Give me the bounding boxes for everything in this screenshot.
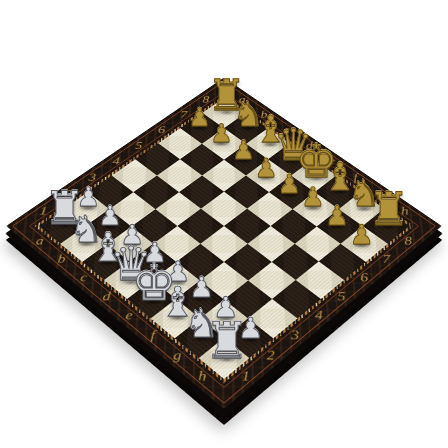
rank-label-2-right: 2 bbox=[267, 348, 276, 363]
file-label-b-bottom: b bbox=[57, 253, 66, 266]
rank-label-7-right: 7 bbox=[382, 253, 391, 266]
file-label-g-bottom: g bbox=[173, 348, 182, 363]
piece-black-pawn-d7[interactable]: ♟ bbox=[254, 154, 277, 180]
rank-label-7-left: 7 bbox=[180, 109, 187, 120]
rank-label-5-right: 5 bbox=[337, 290, 346, 304]
rank-label-1-right: 1 bbox=[242, 369, 250, 384]
piece-black-pawn-e7[interactable]: ♟ bbox=[277, 171, 301, 197]
piece-black-pawn-c7[interactable]: ♟ bbox=[232, 138, 255, 164]
piece-black-pawn-f7[interactable]: ♟ bbox=[301, 185, 325, 212]
piece-black-pawn-g7[interactable]: ♟ bbox=[325, 202, 349, 229]
piece-black-rook-h8[interactable]: ♜ bbox=[368, 187, 410, 233]
rank-label-5-left: 5 bbox=[135, 140, 143, 152]
file-label-c-bottom: c bbox=[80, 271, 88, 285]
rank-label-4-left: 4 bbox=[112, 156, 120, 168]
rank-label-3-right: 3 bbox=[291, 328, 300, 343]
rank-label-6-left: 6 bbox=[158, 125, 166, 136]
chess-set-photo: 1122334455667788aabbccddeeffgghh ♜♞♝♛♚♝♞… bbox=[0, 0, 448, 448]
piece-black-pawn-h7[interactable]: ♟ bbox=[350, 221, 374, 248]
file-label-d-bottom: d bbox=[102, 290, 111, 304]
piece-black-pawn-b7[interactable]: ♟ bbox=[210, 121, 233, 146]
rank-label-4-right: 4 bbox=[314, 309, 323, 323]
rank-label-8-right: 8 bbox=[403, 235, 412, 248]
piece-white-rook-h1[interactable]: ♜ bbox=[204, 316, 249, 366]
rank-label-6-right: 6 bbox=[360, 271, 369, 285]
file-label-f-bottom: f bbox=[150, 328, 155, 343]
piece-black-pawn-a7[interactable]: ♟ bbox=[188, 105, 211, 130]
file-label-a-bottom: a bbox=[36, 235, 45, 248]
file-label-h-bottom: h bbox=[198, 369, 206, 384]
